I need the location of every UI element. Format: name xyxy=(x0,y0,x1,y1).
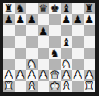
square-h4[interactable] xyxy=(84,48,96,59)
square-e2[interactable]: ♛ xyxy=(49,70,61,81)
white-pawn: ♟ xyxy=(4,70,13,80)
square-g2[interactable]: ♟ xyxy=(72,70,84,81)
white-pawn: ♟ xyxy=(39,70,48,80)
square-b8[interactable]: ♞ xyxy=(15,3,27,14)
black-pawn: ♟ xyxy=(73,14,82,24)
white-bishop: ♝ xyxy=(27,81,36,91)
white-king: ♚ xyxy=(50,81,59,91)
chess-board: ♜♞♛♚♝♜♟♟♟♟♟♟♟♝♞♞♞♟♟♟♟♛♟♟♟♜♝♚♝♜ xyxy=(3,3,95,92)
square-a5[interactable] xyxy=(3,36,15,47)
square-g4[interactable] xyxy=(72,48,84,59)
white-knight: ♞ xyxy=(27,59,36,69)
square-f4[interactable] xyxy=(61,48,73,59)
square-e4[interactable]: ♞ xyxy=(49,48,61,59)
black-king: ♚ xyxy=(50,3,59,13)
square-c6[interactable] xyxy=(26,25,38,36)
black-pawn: ♟ xyxy=(4,14,13,24)
square-h6[interactable] xyxy=(84,25,96,36)
square-e8[interactable]: ♚ xyxy=(49,3,61,14)
square-b6[interactable] xyxy=(15,25,27,36)
square-c1[interactable]: ♝ xyxy=(26,81,38,92)
square-h3[interactable] xyxy=(84,59,96,70)
square-d5[interactable] xyxy=(38,36,50,47)
white-pawn: ♟ xyxy=(16,70,25,80)
square-d4[interactable] xyxy=(38,48,50,59)
square-b1[interactable] xyxy=(15,81,27,92)
white-pawn: ♟ xyxy=(73,70,82,80)
square-g3[interactable] xyxy=(72,59,84,70)
black-knight: ♞ xyxy=(50,48,59,58)
white-queen: ♛ xyxy=(50,70,59,80)
black-rook: ♜ xyxy=(85,3,94,13)
square-f3[interactable]: ♞ xyxy=(61,59,73,70)
square-f8[interactable]: ♝ xyxy=(61,3,73,14)
white-pawn: ♟ xyxy=(27,70,36,80)
white-knight: ♞ xyxy=(62,59,71,69)
square-b2[interactable]: ♟ xyxy=(15,70,27,81)
square-g8[interactable] xyxy=(72,3,84,14)
black-rook: ♜ xyxy=(4,3,13,13)
square-c3[interactable]: ♞ xyxy=(26,59,38,70)
square-f6[interactable] xyxy=(61,25,73,36)
square-a8[interactable]: ♜ xyxy=(3,3,15,14)
square-f2[interactable]: ♟ xyxy=(61,70,73,81)
black-pawn: ♟ xyxy=(85,14,94,24)
square-g7[interactable]: ♟ xyxy=(72,14,84,25)
square-c5[interactable] xyxy=(26,36,38,47)
board-frame: ♜♞♛♚♝♜♟♟♟♟♟♟♟♝♞♞♞♟♟♟♟♛♟♟♟♜♝♚♝♜ xyxy=(0,0,99,96)
square-d3[interactable] xyxy=(38,59,50,70)
white-rook: ♜ xyxy=(4,81,13,91)
square-d2[interactable]: ♟ xyxy=(38,70,50,81)
square-d7[interactable] xyxy=(38,14,50,25)
square-e6[interactable] xyxy=(49,25,61,36)
square-f1[interactable]: ♝ xyxy=(61,81,73,92)
square-b4[interactable] xyxy=(15,48,27,59)
white-bishop: ♝ xyxy=(62,81,71,91)
square-e1[interactable]: ♚ xyxy=(49,81,61,92)
square-a1[interactable]: ♜ xyxy=(3,81,15,92)
square-d1[interactable] xyxy=(38,81,50,92)
black-knight: ♞ xyxy=(16,3,25,13)
square-h7[interactable]: ♟ xyxy=(84,14,96,25)
black-bishop: ♝ xyxy=(62,3,71,13)
square-b5[interactable] xyxy=(15,36,27,47)
black-pawn: ♟ xyxy=(39,25,48,35)
square-e5[interactable] xyxy=(49,36,61,47)
black-bishop: ♝ xyxy=(62,36,71,46)
white-pawn: ♟ xyxy=(62,70,71,80)
square-a4[interactable] xyxy=(3,48,15,59)
square-c8[interactable] xyxy=(26,3,38,14)
square-b3[interactable] xyxy=(15,59,27,70)
square-f5[interactable]: ♝ xyxy=(61,36,73,47)
black-pawn: ♟ xyxy=(27,14,36,24)
square-a2[interactable]: ♟ xyxy=(3,70,15,81)
square-f7[interactable]: ♟ xyxy=(61,14,73,25)
square-h5[interactable] xyxy=(84,36,96,47)
square-a7[interactable]: ♟ xyxy=(3,14,15,25)
black-pawn: ♟ xyxy=(16,14,25,24)
square-a3[interactable] xyxy=(3,59,15,70)
square-a6[interactable] xyxy=(3,25,15,36)
square-g1[interactable] xyxy=(72,81,84,92)
square-d6[interactable]: ♟ xyxy=(38,25,50,36)
square-g5[interactable] xyxy=(72,36,84,47)
square-c7[interactable]: ♟ xyxy=(26,14,38,25)
square-g6[interactable] xyxy=(72,25,84,36)
black-pawn: ♟ xyxy=(62,14,71,24)
square-d8[interactable]: ♛ xyxy=(38,3,50,14)
square-h2[interactable]: ♟ xyxy=(84,70,96,81)
white-pawn: ♟ xyxy=(85,70,94,80)
square-e7[interactable] xyxy=(49,14,61,25)
black-queen: ♛ xyxy=(39,3,48,13)
square-c2[interactable]: ♟ xyxy=(26,70,38,81)
square-b7[interactable]: ♟ xyxy=(15,14,27,25)
square-h8[interactable]: ♜ xyxy=(84,3,96,14)
square-c4[interactable] xyxy=(26,48,38,59)
white-rook: ♜ xyxy=(85,81,94,91)
square-h1[interactable]: ♜ xyxy=(84,81,96,92)
square-e3[interactable] xyxy=(49,59,61,70)
